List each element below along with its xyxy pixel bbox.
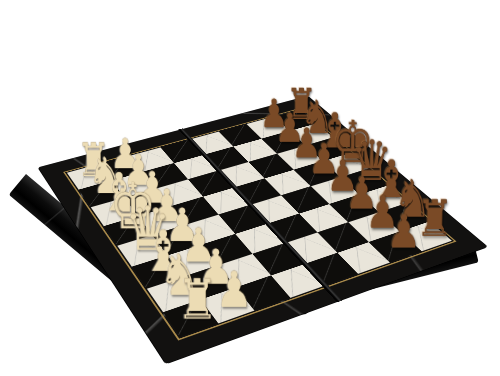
scene: ♜♟♟♜♞♟♟♞♝♟♟♝♚♟♟♚♛♟♟♛♝♟♟♝♞♟♟♞♜♟♟♜: [0, 0, 500, 376]
playing-area: ♜♟♟♜♞♟♟♞♝♟♟♝♚♟♟♚♛♟♟♛♝♟♟♝♞♟♟♞♜♟♟♜: [67, 109, 452, 336]
chess-board: ♜♟♟♜♞♟♟♞♝♟♟♝♚♟♟♚♛♟♟♛♝♟♟♝♞♟♟♞♜♟♟♜: [38, 96, 487, 363]
piece-brown-pawn[interactable]: ♟: [386, 208, 421, 254]
chess-set-photo: ♜♟♟♜♞♟♟♞♝♟♟♝♚♟♟♚♛♟♟♛♝♟♟♝♞♟♟♞♜♟♟♜: [0, 0, 500, 376]
piece-white-rook[interactable]: ♜: [176, 273, 218, 328]
piece-brown-rook[interactable]: ♜: [416, 194, 454, 244]
piece-white-pawn[interactable]: ♟: [216, 265, 253, 315]
